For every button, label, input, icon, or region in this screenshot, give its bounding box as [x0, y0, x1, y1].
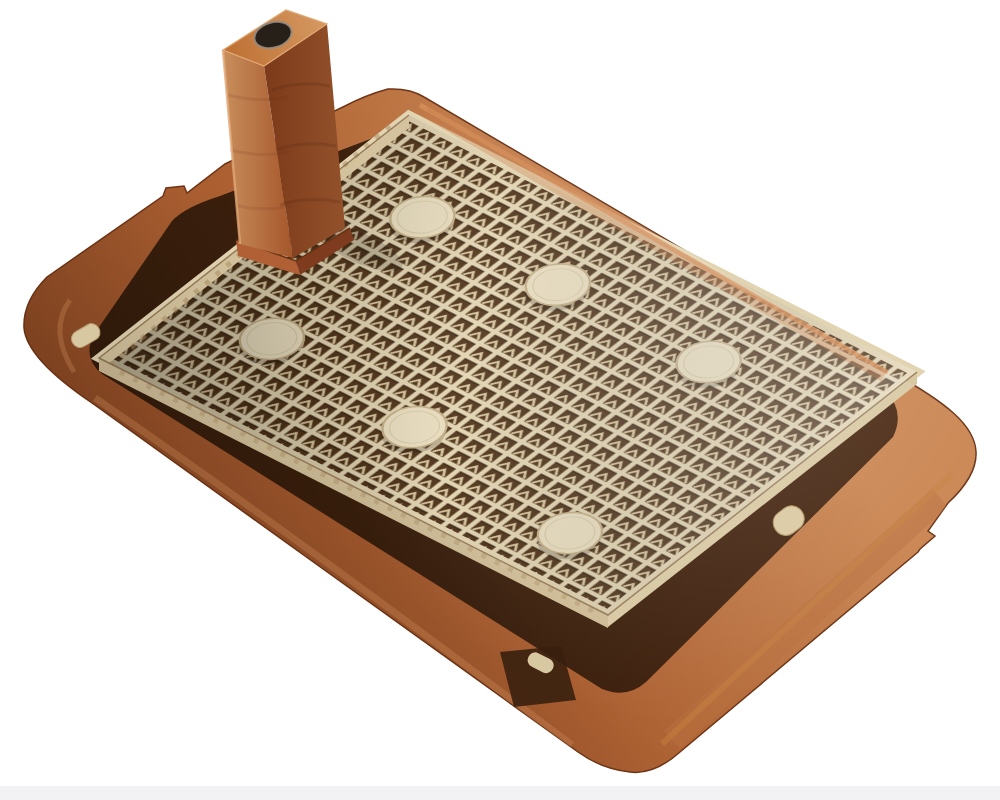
pet-potty-tray-photo	[0, 0, 1000, 800]
floor-strip	[0, 786, 1000, 800]
product-photo-stage	[0, 0, 1000, 800]
